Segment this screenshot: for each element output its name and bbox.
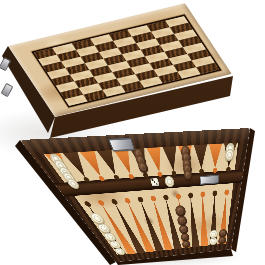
case-hinge-icon [1, 83, 14, 97]
checker-dark [183, 170, 192, 181]
point-top-8-tip-knob [171, 170, 176, 175]
point-bottom-8-tip-knob [175, 193, 181, 199]
point-bottom-10-tip-knob [200, 191, 205, 197]
point-bottom-12-tip-knob [224, 189, 229, 195]
brand-plaque [108, 138, 135, 151]
point-top-10-tip-knob [199, 168, 203, 173]
point-top-7-tip-knob [157, 171, 162, 177]
brand-plaque [200, 174, 219, 185]
point-top-11-tip-knob [213, 167, 217, 172]
die-pip [156, 183, 158, 185]
point-bottom-11-tip-knob [212, 190, 217, 196]
point-bottom-9-tip-knob [187, 192, 193, 198]
product-photo [0, 0, 265, 265]
point-bottom-7-tip-knob [162, 194, 168, 200]
